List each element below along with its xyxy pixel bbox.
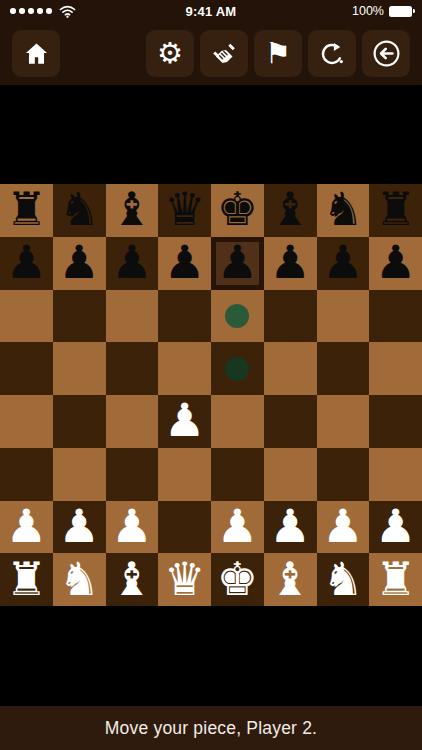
app-screen: 9:41 AM 100% ⚙ — [0, 0, 422, 750]
square-g4[interactable] — [317, 395, 370, 448]
square-c4[interactable] — [106, 395, 159, 448]
square-f3[interactable] — [264, 448, 317, 501]
square-h7[interactable]: ♟ — [369, 237, 422, 290]
square-h1[interactable]: ♜ — [369, 553, 422, 606]
white-knight: ♞ — [59, 556, 100, 602]
black-pawn: ♟ — [375, 239, 416, 285]
white-rook: ♜ — [375, 556, 416, 602]
square-b7[interactable]: ♟ — [53, 237, 106, 290]
black-king: ♚ — [217, 186, 258, 232]
square-h2[interactable]: ♟ — [369, 501, 422, 554]
square-e8[interactable]: ♚ — [211, 184, 264, 237]
back-arrow-icon — [371, 38, 402, 69]
square-b5[interactable] — [53, 342, 106, 395]
square-a7[interactable]: ♟ — [0, 237, 53, 290]
status-bar: 9:41 AM 100% — [0, 0, 422, 22]
white-pawn: ♟ — [59, 503, 100, 549]
square-a5[interactable] — [0, 342, 53, 395]
square-g8[interactable]: ♞ — [317, 184, 370, 237]
turn-message: Move your piece, Player 2. — [105, 718, 317, 739]
white-pawn: ♟ — [375, 503, 416, 549]
legal-move-dot[interactable] — [225, 357, 249, 381]
square-a1[interactable]: ♜ — [0, 553, 53, 606]
square-c6[interactable] — [106, 290, 159, 343]
square-f6[interactable] — [264, 290, 317, 343]
black-pawn: ♟ — [270, 239, 311, 285]
home-button[interactable] — [12, 30, 60, 77]
square-e1[interactable]: ♚ — [211, 553, 264, 606]
restart-button[interactable] — [308, 30, 356, 77]
black-knight: ♞ — [322, 186, 363, 232]
square-d7[interactable]: ♟ — [158, 237, 211, 290]
black-pawn: ♟ — [59, 239, 100, 285]
legal-move-dot[interactable] — [225, 304, 249, 328]
square-b8[interactable]: ♞ — [53, 184, 106, 237]
black-pawn: ♟ — [111, 239, 152, 285]
square-e6[interactable] — [211, 290, 264, 343]
black-pawn: ♟ — [217, 239, 258, 285]
square-b6[interactable] — [53, 290, 106, 343]
square-c1[interactable]: ♝ — [106, 553, 159, 606]
square-f4[interactable] — [264, 395, 317, 448]
wifi-icon — [59, 5, 76, 18]
black-bishop: ♝ — [111, 186, 152, 232]
square-d1[interactable]: ♛ — [158, 553, 211, 606]
flag-icon: ⚑ — [265, 39, 291, 68]
top-chrome: 9:41 AM 100% ⚙ — [0, 0, 422, 85]
black-queen: ♛ — [164, 186, 205, 232]
battery-percent-label: 100% — [352, 4, 384, 18]
black-pawn: ♟ — [322, 239, 363, 285]
square-a2[interactable]: ♟ — [0, 501, 53, 554]
handshake-icon — [210, 40, 238, 68]
square-c3[interactable] — [106, 448, 159, 501]
white-queen: ♛ — [164, 556, 205, 602]
back-button[interactable] — [362, 30, 410, 77]
square-d4[interactable]: ♟ — [158, 395, 211, 448]
white-bishop: ♝ — [111, 556, 152, 602]
square-e5[interactable] — [211, 342, 264, 395]
square-e3[interactable] — [211, 448, 264, 501]
square-c8[interactable]: ♝ — [106, 184, 159, 237]
square-h8[interactable]: ♜ — [369, 184, 422, 237]
gear-icon: ⚙ — [157, 39, 183, 68]
square-g1[interactable]: ♞ — [317, 553, 370, 606]
square-c2[interactable]: ♟ — [106, 501, 159, 554]
chess-board: ♜♞♝♛♚♝♞♜♟♟♟♟♟♟♟♟♟♟♟♟♟♟♟♟♜♞♝♛♚♝♞♜ — [0, 184, 422, 606]
settings-button[interactable]: ⚙ — [146, 30, 194, 77]
battery-icon — [389, 6, 412, 17]
white-king: ♚ — [217, 556, 258, 602]
square-a8[interactable]: ♜ — [0, 184, 53, 237]
square-a4[interactable] — [0, 395, 53, 448]
white-pawn: ♟ — [6, 503, 47, 549]
black-pawn: ♟ — [164, 239, 205, 285]
white-pawn: ♟ — [164, 397, 205, 443]
square-g6[interactable] — [317, 290, 370, 343]
square-h3[interactable] — [369, 448, 422, 501]
square-g5[interactable] — [317, 342, 370, 395]
square-d2[interactable] — [158, 501, 211, 554]
toolbar: ⚙ — [0, 22, 422, 85]
square-d8[interactable]: ♛ — [158, 184, 211, 237]
black-knight: ♞ — [59, 186, 100, 232]
white-pawn: ♟ — [270, 503, 311, 549]
black-rook: ♜ — [375, 186, 416, 232]
white-rook: ♜ — [6, 556, 47, 602]
square-f2[interactable]: ♟ — [264, 501, 317, 554]
square-b1[interactable]: ♞ — [53, 553, 106, 606]
offer-draw-button[interactable] — [200, 30, 248, 77]
message-bar: Move your piece, Player 2. — [0, 706, 422, 750]
square-f8[interactable]: ♝ — [264, 184, 317, 237]
bottom-black-band — [0, 606, 422, 706]
square-b4[interactable] — [53, 395, 106, 448]
home-icon — [23, 40, 50, 67]
square-f5[interactable] — [264, 342, 317, 395]
white-bishop: ♝ — [270, 556, 311, 602]
signal-strength-icon — [10, 8, 52, 14]
white-knight: ♞ — [322, 556, 363, 602]
square-f1[interactable]: ♝ — [264, 553, 317, 606]
square-c5[interactable] — [106, 342, 159, 395]
square-e2[interactable]: ♟ — [211, 501, 264, 554]
square-a6[interactable] — [0, 290, 53, 343]
square-g2[interactable]: ♟ — [317, 501, 370, 554]
square-b2[interactable]: ♟ — [53, 501, 106, 554]
square-f7[interactable]: ♟ — [264, 237, 317, 290]
square-a3[interactable] — [0, 448, 53, 501]
top-black-band — [0, 85, 422, 184]
square-d3[interactable] — [158, 448, 211, 501]
white-pawn: ♟ — [217, 503, 258, 549]
square-g3[interactable] — [317, 448, 370, 501]
square-g7[interactable]: ♟ — [317, 237, 370, 290]
square-e7[interactable]: ♟ — [211, 237, 264, 290]
black-bishop: ♝ — [270, 186, 311, 232]
square-h6[interactable] — [369, 290, 422, 343]
white-pawn: ♟ — [111, 503, 152, 549]
square-d6[interactable] — [158, 290, 211, 343]
black-rook: ♜ — [6, 186, 47, 232]
restart-arrow-icon — [319, 40, 346, 67]
square-e4[interactable] — [211, 395, 264, 448]
black-pawn: ♟ — [6, 239, 47, 285]
white-pawn: ♟ — [322, 503, 363, 549]
square-b3[interactable] — [53, 448, 106, 501]
square-d5[interactable] — [158, 342, 211, 395]
square-c7[interactable]: ♟ — [106, 237, 159, 290]
resign-button[interactable]: ⚑ — [254, 30, 302, 77]
square-h4[interactable] — [369, 395, 422, 448]
square-h5[interactable] — [369, 342, 422, 395]
